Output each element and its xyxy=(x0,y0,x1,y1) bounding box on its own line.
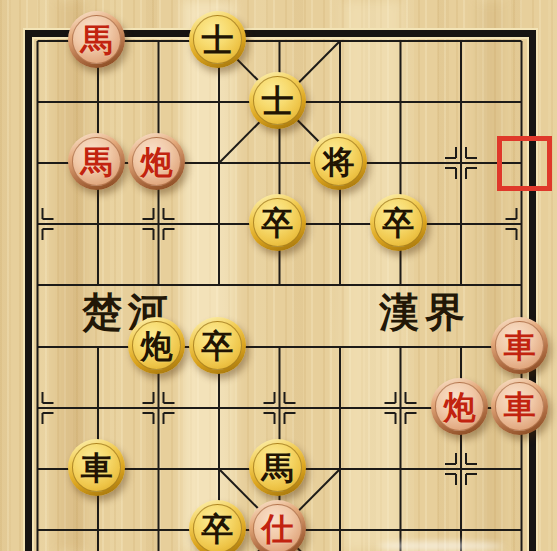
piece-character: 士 xyxy=(262,85,294,117)
piece-character: 仕 xyxy=(262,513,294,545)
piece-character: 炮 xyxy=(141,146,173,178)
xiangqi-board-pieces: 馬士士馬炮将卒卒炮卒車炮車車馬卒仕 xyxy=(0,0,557,551)
piece-black-soldier[interactable]: 卒 xyxy=(249,194,306,251)
piece-character: 卒 xyxy=(262,207,294,239)
piece-character: 馬 xyxy=(81,24,113,56)
piece-character: 車 xyxy=(81,452,113,484)
piece-character: 士 xyxy=(202,24,234,56)
piece-character: 卒 xyxy=(202,330,234,362)
piece-black-advisor[interactable]: 士 xyxy=(189,11,246,68)
piece-red-chariot[interactable]: 車 xyxy=(491,378,548,435)
piece-black-general[interactable]: 将 xyxy=(310,133,367,190)
piece-character: 将 xyxy=(323,146,355,178)
xiangqi-app-screen: 楚河 漢界 馬士士馬炮将卒卒炮卒車炮車車馬卒仕 xyxy=(0,0,557,551)
piece-red-chariot[interactable]: 車 xyxy=(491,317,548,374)
piece-black-horse[interactable]: 馬 xyxy=(249,439,306,496)
piece-character: 車 xyxy=(504,330,536,362)
piece-black-advisor[interactable]: 士 xyxy=(249,72,306,129)
piece-red-advisor[interactable]: 仕 xyxy=(249,500,306,551)
piece-character: 馬 xyxy=(81,146,113,178)
piece-character: 卒 xyxy=(383,207,415,239)
piece-black-soldier[interactable]: 卒 xyxy=(370,194,427,251)
piece-red-horse[interactable]: 馬 xyxy=(68,133,125,190)
piece-red-horse[interactable]: 馬 xyxy=(68,11,125,68)
piece-character: 車 xyxy=(504,391,536,423)
piece-character: 炮 xyxy=(444,391,476,423)
piece-red-cannon[interactable]: 炮 xyxy=(128,133,185,190)
piece-red-cannon[interactable]: 炮 xyxy=(431,378,488,435)
piece-black-cannon[interactable]: 炮 xyxy=(128,317,185,374)
piece-black-chariot[interactable]: 車 xyxy=(68,439,125,496)
piece-character: 卒 xyxy=(202,513,234,545)
piece-black-soldier[interactable]: 卒 xyxy=(189,317,246,374)
piece-character: 馬 xyxy=(262,452,294,484)
piece-character: 炮 xyxy=(141,330,173,362)
piece-black-soldier[interactable]: 卒 xyxy=(189,500,246,551)
